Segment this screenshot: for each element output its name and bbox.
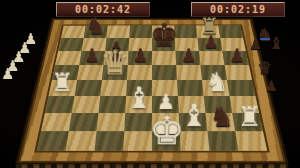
piece-black-knight[interactable]: ♞ xyxy=(209,103,234,131)
square-f5[interactable] xyxy=(176,65,202,80)
board-frame: ♞♜♚♟♟♝♟♟♟♛♜♞♝♟♝♞♜♚ xyxy=(18,19,286,163)
square-g7[interactable]: ♟ xyxy=(198,38,223,51)
square-c3[interactable] xyxy=(98,96,126,113)
square-d2[interactable] xyxy=(124,113,152,131)
piece-black-king[interactable]: ♚ xyxy=(149,19,178,51)
square-c1[interactable] xyxy=(94,131,124,151)
square-a1[interactable] xyxy=(37,131,69,151)
square-d6[interactable]: ♟ xyxy=(128,51,152,65)
piece-black-pawn[interactable]: ♟ xyxy=(132,46,148,64)
square-g1[interactable] xyxy=(207,131,238,151)
square-f6[interactable]: ♟ xyxy=(175,51,200,65)
piece-white-knight[interactable]: ♞ xyxy=(205,69,228,95)
board-frame-edge xyxy=(16,163,289,168)
square-g4[interactable]: ♞ xyxy=(202,80,230,96)
square-a4[interactable]: ♜ xyxy=(49,80,77,96)
square-b2[interactable] xyxy=(69,113,99,131)
square-b1[interactable] xyxy=(66,131,97,151)
square-a3[interactable] xyxy=(45,96,74,113)
square-c2[interactable] xyxy=(97,113,126,131)
square-h2[interactable]: ♜ xyxy=(232,113,263,131)
square-a8[interactable] xyxy=(61,26,86,38)
square-c5[interactable]: ♛ xyxy=(102,65,128,80)
square-g6[interactable] xyxy=(199,51,225,65)
piece-black-pawn[interactable]: ♟ xyxy=(180,46,196,64)
piece-black-pawn[interactable]: ♟ xyxy=(228,46,244,64)
square-h5[interactable] xyxy=(225,65,252,80)
square-d8[interactable] xyxy=(129,26,152,38)
square-b4[interactable] xyxy=(74,80,102,96)
square-c4[interactable] xyxy=(100,80,127,96)
square-a2[interactable] xyxy=(41,113,72,131)
square-d1[interactable] xyxy=(123,131,152,151)
square-h8[interactable] xyxy=(218,26,243,38)
piece-white-king[interactable]: ♚ xyxy=(149,111,184,150)
square-g2[interactable]: ♞ xyxy=(206,113,236,131)
board-grid: ♞♜♚♟♟♝♟♟♟♛♜♞♝♟♝♞♜♚ xyxy=(37,26,267,151)
square-d3[interactable]: ♝ xyxy=(125,96,152,113)
piece-white-bishop[interactable]: ♝ xyxy=(126,83,152,112)
square-a7[interactable] xyxy=(58,38,84,51)
piece-white-queen[interactable]: ♛ xyxy=(100,46,130,79)
square-b3[interactable] xyxy=(72,96,101,113)
piece-black-pawn[interactable]: ♟ xyxy=(83,46,99,64)
piece-white-rook[interactable]: ♜ xyxy=(51,70,73,95)
square-e1[interactable]: ♚ xyxy=(152,131,181,151)
piece-white-rook[interactable]: ♜ xyxy=(237,104,261,131)
square-f4[interactable] xyxy=(177,80,204,96)
square-h6[interactable]: ♟ xyxy=(222,51,248,65)
square-h1[interactable] xyxy=(235,131,267,151)
square-a6[interactable] xyxy=(55,51,81,65)
square-e5[interactable] xyxy=(152,65,177,80)
square-e7[interactable]: ♚ xyxy=(152,38,175,51)
square-d5[interactable] xyxy=(127,65,152,80)
piece-black-knight[interactable]: ♞ xyxy=(85,15,105,38)
square-h4[interactable] xyxy=(227,80,255,96)
square-e6[interactable] xyxy=(152,51,176,65)
piece-black-pawn[interactable]: ♟ xyxy=(203,33,219,51)
